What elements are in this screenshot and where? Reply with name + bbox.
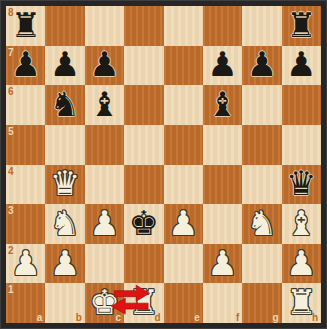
square-f3[interactable] — [203, 204, 242, 244]
piece-white-pawn[interactable]: ♟ — [168, 206, 198, 240]
square-b5[interactable] — [45, 125, 84, 165]
piece-white-pawn[interactable]: ♟ — [89, 206, 119, 240]
square-f7[interactable]: ♟ — [203, 46, 242, 86]
square-a3[interactable]: 3 — [6, 204, 45, 244]
square-h2[interactable]: ♟ — [282, 244, 321, 284]
piece-black-king[interactable]: ♚ — [129, 206, 159, 240]
square-d8[interactable] — [124, 6, 163, 46]
square-b1[interactable]: b — [45, 283, 84, 323]
square-d6[interactable] — [124, 85, 163, 125]
rank-label-3: 3 — [8, 205, 14, 216]
piece-white-rook[interactable]: ♜ — [129, 285, 159, 319]
square-b4[interactable]: ♛ — [45, 165, 84, 205]
piece-white-bishop[interactable]: ♝ — [286, 206, 316, 240]
chess-board: 8♜♜7♟♟♟♟♟♟6♞♝♝54♛♛3♞♟♚♟♞♝2♟♟♟♟1abc♚d♜efg… — [6, 6, 321, 323]
file-label-f: f — [236, 312, 239, 323]
square-b6[interactable]: ♞ — [45, 85, 84, 125]
piece-black-pawn[interactable]: ♟ — [286, 47, 316, 81]
square-c1[interactable]: c♚ — [85, 283, 124, 323]
piece-white-king[interactable]: ♚ — [89, 285, 119, 319]
square-e3[interactable]: ♟ — [164, 204, 203, 244]
square-a5[interactable]: 5 — [6, 125, 45, 165]
square-h4[interactable]: ♛ — [282, 165, 321, 205]
square-e6[interactable] — [164, 85, 203, 125]
file-label-e: e — [194, 312, 200, 323]
piece-white-pawn[interactable]: ♟ — [286, 246, 316, 280]
square-a2[interactable]: 2♟ — [6, 244, 45, 284]
square-f4[interactable] — [203, 165, 242, 205]
piece-black-pawn[interactable]: ♟ — [247, 47, 277, 81]
square-b3[interactable]: ♞ — [45, 204, 84, 244]
piece-white-queen[interactable]: ♛ — [50, 166, 80, 200]
square-f2[interactable]: ♟ — [203, 244, 242, 284]
square-e8[interactable] — [164, 6, 203, 46]
square-b2[interactable]: ♟ — [45, 244, 84, 284]
square-a7[interactable]: 7♟ — [6, 46, 45, 86]
piece-black-bishop[interactable]: ♝ — [207, 87, 237, 121]
file-label-a: a — [37, 312, 43, 323]
square-b8[interactable] — [45, 6, 84, 46]
square-c7[interactable]: ♟ — [85, 46, 124, 86]
square-g7[interactable]: ♟ — [242, 46, 281, 86]
square-e2[interactable] — [164, 244, 203, 284]
piece-black-rook[interactable]: ♜ — [286, 8, 316, 42]
square-g5[interactable] — [242, 125, 281, 165]
rank-label-4: 4 — [8, 166, 14, 177]
square-a1[interactable]: 1a — [6, 283, 45, 323]
square-a4[interactable]: 4 — [6, 165, 45, 205]
square-f5[interactable] — [203, 125, 242, 165]
square-f6[interactable]: ♝ — [203, 85, 242, 125]
rank-label-5: 5 — [8, 126, 14, 137]
piece-black-queen[interactable]: ♛ — [286, 166, 316, 200]
chess-board-frame: 8♜♜7♟♟♟♟♟♟6♞♝♝54♛♛3♞♟♚♟♞♝2♟♟♟♟1abc♚d♜efg… — [0, 0, 327, 329]
rank-label-6: 6 — [8, 86, 14, 97]
square-e7[interactable] — [164, 46, 203, 86]
piece-black-bishop[interactable]: ♝ — [89, 87, 119, 121]
piece-white-knight[interactable]: ♞ — [50, 206, 80, 240]
piece-black-pawn[interactable]: ♟ — [10, 47, 40, 81]
square-d3[interactable]: ♚ — [124, 204, 163, 244]
square-h8[interactable]: ♜ — [282, 6, 321, 46]
square-a8[interactable]: 8♜ — [6, 6, 45, 46]
square-g2[interactable] — [242, 244, 281, 284]
square-g8[interactable] — [242, 6, 281, 46]
square-h3[interactable]: ♝ — [282, 204, 321, 244]
piece-white-pawn[interactable]: ♟ — [207, 246, 237, 280]
square-c5[interactable] — [85, 125, 124, 165]
square-h1[interactable]: h♜ — [282, 283, 321, 323]
piece-black-pawn[interactable]: ♟ — [89, 47, 119, 81]
square-h5[interactable] — [282, 125, 321, 165]
square-g6[interactable] — [242, 85, 281, 125]
square-d7[interactable] — [124, 46, 163, 86]
square-c8[interactable] — [85, 6, 124, 46]
file-label-g: g — [273, 312, 279, 323]
piece-white-pawn[interactable]: ♟ — [10, 246, 40, 280]
square-h7[interactable]: ♟ — [282, 46, 321, 86]
square-d5[interactable] — [124, 125, 163, 165]
square-c2[interactable] — [85, 244, 124, 284]
square-e1[interactable]: e — [164, 283, 203, 323]
square-d4[interactable] — [124, 165, 163, 205]
square-e5[interactable] — [164, 125, 203, 165]
piece-black-pawn[interactable]: ♟ — [207, 47, 237, 81]
square-d1[interactable]: d♜ — [124, 283, 163, 323]
square-e4[interactable] — [164, 165, 203, 205]
file-label-b: b — [76, 312, 82, 323]
square-c3[interactable]: ♟ — [85, 204, 124, 244]
square-f8[interactable] — [203, 6, 242, 46]
square-g3[interactable]: ♞ — [242, 204, 281, 244]
square-b7[interactable]: ♟ — [45, 46, 84, 86]
rank-label-1: 1 — [8, 284, 14, 295]
square-c4[interactable] — [85, 165, 124, 205]
square-g1[interactable]: g — [242, 283, 281, 323]
piece-white-pawn[interactable]: ♟ — [50, 246, 80, 280]
square-h6[interactable] — [282, 85, 321, 125]
square-a6[interactable]: 6 — [6, 85, 45, 125]
piece-white-knight[interactable]: ♞ — [247, 206, 277, 240]
piece-black-pawn[interactable]: ♟ — [50, 47, 80, 81]
piece-white-rook[interactable]: ♜ — [286, 285, 316, 319]
piece-black-knight[interactable]: ♞ — [50, 87, 80, 121]
square-f1[interactable]: f — [203, 283, 242, 323]
square-c6[interactable]: ♝ — [85, 85, 124, 125]
square-d2[interactable] — [124, 244, 163, 284]
square-g4[interactable] — [242, 165, 281, 205]
piece-black-rook[interactable]: ♜ — [10, 8, 40, 42]
